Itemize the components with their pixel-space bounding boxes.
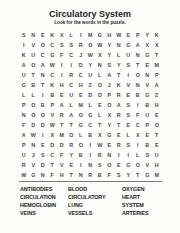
grid-cell: S bbox=[124, 60, 134, 70]
grid-cell: O bbox=[76, 140, 86, 150]
grid-cell: D bbox=[48, 140, 58, 150]
grid-cell: T bbox=[133, 60, 143, 70]
word-list: ANTIBODIESCIRCULATIONHEMOGLOBINVEINS BLO… bbox=[20, 185, 180, 217]
grid-cell: E bbox=[124, 90, 134, 100]
grid-cell: O bbox=[38, 110, 48, 120]
grid-cell: I bbox=[124, 70, 134, 80]
grid-cell: C bbox=[67, 50, 77, 60]
word-list-item: OXYGEN bbox=[122, 185, 172, 193]
grid-cell: O bbox=[86, 40, 96, 50]
grid-cell: X bbox=[143, 40, 153, 50]
grid-cell: O bbox=[133, 70, 143, 80]
word-list-item: VESSELS bbox=[68, 209, 122, 217]
grid-cell: D bbox=[29, 120, 39, 130]
word-list-item: ARTERIES bbox=[122, 209, 172, 217]
grid-cell: M bbox=[76, 100, 86, 110]
grid-cell: M bbox=[152, 170, 162, 180]
grid-cell: I bbox=[57, 60, 67, 70]
grid-cell: V bbox=[48, 110, 58, 120]
grid-cell: X bbox=[133, 130, 143, 140]
grid-cell: O bbox=[105, 160, 115, 170]
grid-cell: G bbox=[29, 170, 39, 180]
grid-cell: J bbox=[29, 150, 39, 160]
grid-cell: H bbox=[152, 160, 162, 170]
grid-cell: U bbox=[86, 70, 96, 80]
grid-cell: U bbox=[67, 90, 77, 100]
grid-cell: O bbox=[105, 100, 115, 110]
grid-cell: E bbox=[67, 160, 77, 170]
grid-cell: B bbox=[76, 150, 86, 160]
grid-cell: N bbox=[38, 70, 48, 80]
grid-cell: B bbox=[38, 100, 48, 110]
grid-cell: S bbox=[38, 150, 48, 160]
grid-cell: D bbox=[38, 120, 48, 130]
grid-cell: E bbox=[143, 130, 153, 140]
grid-cell: E bbox=[114, 160, 124, 170]
grid-cell: E bbox=[152, 110, 162, 120]
grid-cell: D bbox=[76, 60, 86, 70]
grid-cell: U bbox=[19, 70, 29, 80]
grid-cell: O bbox=[29, 110, 39, 120]
grid-cell: N bbox=[114, 40, 124, 50]
grid-cell: K bbox=[48, 80, 58, 90]
grid-cell: K bbox=[152, 30, 162, 40]
grid-cell: D bbox=[86, 90, 96, 100]
grid-cell: B bbox=[133, 90, 143, 100]
grid-cell: S bbox=[95, 160, 105, 170]
grid-cell: N bbox=[76, 170, 86, 180]
grid-cell: D bbox=[38, 160, 48, 170]
grid-cell: B bbox=[86, 130, 96, 140]
grid-cell: A bbox=[152, 80, 162, 90]
grid-cell: T bbox=[95, 120, 105, 130]
word-list-column-1: ANTIBODIESCIRCULATIONHEMOGLOBINVEINS bbox=[20, 185, 68, 217]
grid-cell: A bbox=[133, 40, 143, 50]
grid-cell: A bbox=[38, 60, 48, 70]
grid-cell: S bbox=[143, 150, 153, 160]
grid-cell: R bbox=[114, 90, 124, 100]
grid-cell: W bbox=[29, 130, 39, 140]
grid-cell: Y bbox=[124, 170, 134, 180]
grid-cell: O bbox=[76, 110, 86, 120]
grid-cell: T bbox=[152, 50, 162, 60]
grid-cell: L bbox=[114, 50, 124, 60]
grid-cell: I bbox=[114, 150, 124, 160]
grid-cell: O bbox=[29, 60, 39, 70]
grid-cell: L bbox=[76, 130, 86, 140]
grid-cell: A bbox=[57, 100, 67, 110]
grid-cell: L bbox=[67, 100, 77, 110]
grid-cell: T bbox=[67, 120, 77, 130]
word-list-item: ANTIBODIES bbox=[20, 185, 68, 193]
grid-cell: R bbox=[86, 170, 96, 180]
grid-cell: I bbox=[57, 70, 67, 80]
grid-cell: I bbox=[76, 30, 86, 40]
grid-cell: E bbox=[38, 30, 48, 40]
grid-cell: E bbox=[95, 100, 105, 110]
grid-cell: V bbox=[124, 80, 134, 90]
grid-cell: X bbox=[95, 130, 105, 140]
grid-cell: L bbox=[86, 100, 96, 110]
grid-cell: H bbox=[105, 30, 115, 40]
grid-cell: Y bbox=[105, 50, 115, 60]
grid-cell: Y bbox=[105, 120, 115, 130]
grid-cell: L bbox=[95, 110, 105, 120]
grid-cell: R bbox=[76, 40, 86, 50]
word-list-item: CIRCULATORY bbox=[68, 193, 122, 201]
grid-cell: N bbox=[143, 70, 153, 80]
grid-cell: O bbox=[95, 90, 105, 100]
grid-cell: W bbox=[48, 120, 58, 130]
grid-cell: E bbox=[57, 90, 67, 100]
grid-cell: Y bbox=[105, 40, 115, 50]
grid-cell: P bbox=[48, 100, 58, 110]
grid-cell: G bbox=[143, 50, 153, 60]
grid-cell: I bbox=[133, 100, 143, 110]
grid-cell: N bbox=[95, 60, 105, 70]
grid-cell: E bbox=[124, 30, 134, 40]
grid-cell: F bbox=[57, 150, 67, 160]
word-search-grid: SNEKXLIMGHWEPYKIVOCSSROWYNGAXXKUCGFCJWXY… bbox=[19, 30, 162, 180]
grid-cell: A bbox=[19, 130, 29, 140]
word-list-item: SYSTEM bbox=[122, 201, 172, 209]
grid-cell: R bbox=[95, 150, 105, 160]
grid-cell: C bbox=[86, 120, 96, 130]
grid-cell: A bbox=[105, 70, 115, 80]
grid-cell: V bbox=[143, 80, 153, 90]
grid-cell: I bbox=[86, 150, 96, 160]
grid-cell: E bbox=[152, 140, 162, 150]
grid-cell: J bbox=[76, 50, 86, 60]
worksheet-page: Circulatory System Look for the words in… bbox=[0, 0, 180, 233]
grid-cell: T bbox=[114, 70, 124, 80]
grid-cell: R bbox=[114, 140, 124, 150]
grid-cell: H bbox=[57, 80, 67, 90]
grid-cell: C bbox=[48, 150, 58, 160]
divider-line bbox=[19, 181, 162, 182]
grid-cell: R bbox=[57, 110, 67, 120]
grid-cell: B bbox=[48, 90, 58, 100]
grid-cell: E bbox=[38, 140, 48, 150]
grid-cell: I bbox=[38, 130, 48, 140]
grid-cell: S bbox=[124, 110, 134, 120]
grid-cell: T bbox=[67, 170, 77, 180]
grid-cell: Y bbox=[86, 60, 96, 70]
grid-cell: G bbox=[86, 110, 96, 120]
grid-cell: W bbox=[19, 170, 29, 180]
grid-cell: I bbox=[76, 160, 86, 170]
grid-cell: S bbox=[67, 40, 77, 50]
grid-cell: T bbox=[114, 120, 124, 130]
grid-cell: P bbox=[19, 140, 29, 150]
grid-cell: S bbox=[57, 40, 67, 50]
grid-cell: N bbox=[29, 30, 39, 40]
grid-cell: K bbox=[114, 80, 124, 90]
grid-cell: A bbox=[19, 60, 29, 70]
grid-cell: T bbox=[38, 80, 48, 90]
grid-cell: V bbox=[57, 160, 67, 170]
grid-cell: Z bbox=[86, 80, 96, 90]
grid-cell: L bbox=[95, 70, 105, 80]
grid-cell: C bbox=[76, 70, 86, 80]
word-list-item: VEINS bbox=[20, 209, 68, 217]
grid-cell: O bbox=[67, 130, 77, 140]
grid-cell: N bbox=[105, 150, 115, 160]
grid-cell: H bbox=[152, 100, 162, 110]
grid-cell: Y bbox=[67, 150, 77, 160]
word-list-item: LUNG bbox=[68, 201, 122, 209]
grid-cell: M bbox=[86, 30, 96, 40]
grid-cell: O bbox=[133, 160, 143, 170]
grid-cell: B bbox=[95, 170, 105, 180]
grid-cell: U bbox=[29, 50, 39, 60]
grid-cell: P bbox=[133, 30, 143, 40]
grid-cell: R bbox=[67, 140, 77, 150]
grid-cell: H bbox=[57, 170, 67, 180]
grid-cell: T bbox=[48, 160, 58, 170]
grid-cell: U bbox=[124, 50, 134, 60]
grid-cell: F bbox=[48, 170, 58, 180]
puzzle-title: Circulatory System bbox=[0, 0, 180, 19]
grid-cell: F bbox=[133, 110, 143, 120]
grid-cell: N bbox=[19, 110, 29, 120]
grid-cell: U bbox=[152, 150, 162, 160]
grid-cell: P bbox=[105, 90, 115, 100]
word-list-item: HEMOGLOBIN bbox=[20, 201, 68, 209]
grid-cell: I bbox=[124, 150, 134, 160]
grid-cell: B bbox=[143, 140, 153, 150]
grid-cell: N bbox=[86, 160, 96, 170]
grid-cell: H bbox=[76, 80, 86, 90]
grid-cell: C bbox=[67, 80, 77, 90]
grid-cell: K bbox=[48, 30, 58, 40]
grid-cell: G bbox=[48, 50, 58, 60]
grid-cell: N bbox=[133, 50, 143, 60]
grid-cell: F bbox=[19, 120, 29, 130]
grid-cell: I bbox=[86, 140, 96, 150]
grid-cell: V bbox=[29, 40, 39, 50]
grid-cell: C bbox=[133, 120, 143, 130]
grid-cell: X bbox=[57, 30, 67, 40]
grid-cell: M bbox=[152, 60, 162, 70]
grid-cell: L bbox=[67, 30, 77, 40]
grid-cell: B bbox=[143, 100, 153, 110]
grid-cell: K bbox=[19, 50, 29, 60]
grid-cell: G bbox=[124, 160, 134, 170]
grid-cell: J bbox=[105, 80, 115, 90]
grid-cell: U bbox=[143, 110, 153, 120]
puzzle-instructions: Look for the words in the puzzle. bbox=[0, 20, 180, 25]
grid-cell: C bbox=[38, 50, 48, 60]
grid-cell: I bbox=[133, 140, 143, 150]
grid-cell: G bbox=[143, 170, 153, 180]
grid-cell: W bbox=[86, 50, 96, 60]
grid-cell: Y bbox=[114, 60, 124, 70]
grid-cell: R bbox=[67, 70, 77, 80]
grid-cell: G bbox=[124, 40, 134, 50]
grid-cell: I bbox=[38, 90, 48, 100]
grid-cell: S bbox=[124, 140, 134, 150]
grid-cell: Y bbox=[143, 30, 153, 40]
grid-cell: D bbox=[57, 140, 67, 150]
grid-cell: V bbox=[29, 160, 39, 170]
grid-cell: V bbox=[143, 160, 153, 170]
word-list-item: HEART bbox=[122, 193, 172, 201]
grid-cell: S bbox=[105, 60, 115, 70]
grid-cell: R bbox=[19, 160, 29, 170]
grid-cell: U bbox=[19, 150, 29, 160]
grid-cell: X bbox=[95, 50, 105, 60]
grid-cell: X bbox=[48, 130, 58, 140]
grid-cell: N bbox=[38, 170, 48, 180]
grid-cell: P bbox=[152, 70, 162, 80]
grid-cell: F bbox=[105, 170, 115, 180]
grid-cell: A bbox=[67, 110, 77, 120]
grid-cell: I bbox=[19, 40, 29, 50]
grid-cell: W bbox=[114, 30, 124, 40]
grid-cell: S bbox=[124, 100, 134, 110]
grid-cell: L bbox=[133, 150, 143, 160]
word-list-item: BLOOD bbox=[68, 185, 122, 193]
grid-cell: L bbox=[29, 90, 39, 100]
grid-cell: E bbox=[105, 140, 115, 150]
grid-cell: O bbox=[29, 100, 39, 110]
grid-cell: N bbox=[29, 140, 39, 150]
grid-cell: I bbox=[67, 60, 77, 70]
grid-cell: A bbox=[114, 100, 124, 110]
grid-cell: O bbox=[38, 40, 48, 50]
grid-cell: C bbox=[48, 40, 58, 50]
grid-cell: E bbox=[143, 60, 153, 70]
grid-cell: G bbox=[95, 30, 105, 40]
grid-cell: W bbox=[95, 40, 105, 50]
grid-cell: R bbox=[114, 110, 124, 120]
grid-cell: X bbox=[105, 110, 115, 120]
grid-cell: Z bbox=[152, 90, 162, 100]
grid-cell: C bbox=[48, 70, 58, 80]
grid-cell: T bbox=[29, 70, 39, 80]
grid-cell: M bbox=[57, 130, 67, 140]
grid-cell: G bbox=[19, 80, 29, 90]
grid-cell: N bbox=[133, 80, 143, 90]
grid-cell: W bbox=[95, 140, 105, 150]
grid-cell: W bbox=[48, 60, 58, 70]
grid-cell: G bbox=[105, 130, 115, 140]
grid-cell: E bbox=[76, 90, 86, 100]
grid-cell: T bbox=[133, 170, 143, 180]
grid-cell: B bbox=[29, 80, 39, 90]
grid-cell: G bbox=[143, 90, 153, 100]
grid-cell: T bbox=[152, 130, 162, 140]
grid-cell: P bbox=[19, 100, 29, 110]
grid-cell: O bbox=[95, 80, 105, 90]
grid-cell: P bbox=[143, 120, 153, 130]
grid-cell: E bbox=[124, 120, 134, 130]
grid-cell: G bbox=[76, 120, 86, 130]
grid-cell: L bbox=[124, 130, 134, 140]
word-list-column-3: OXYGENHEARTSYSTEMARTERIES bbox=[122, 185, 172, 217]
grid-cell: X bbox=[152, 40, 162, 50]
word-list-column-2: BLOODCIRCULATORYLUNGVESSELS bbox=[68, 185, 122, 217]
grid-cell: E bbox=[114, 130, 124, 140]
grid-cell: L bbox=[19, 90, 29, 100]
grid-cell: S bbox=[114, 170, 124, 180]
grid-cell: F bbox=[57, 50, 67, 60]
grid-cell: S bbox=[19, 30, 29, 40]
grid-cell: O bbox=[152, 120, 162, 130]
grid-cell: T bbox=[57, 120, 67, 130]
word-list-item: CIRCULATION bbox=[20, 193, 68, 201]
